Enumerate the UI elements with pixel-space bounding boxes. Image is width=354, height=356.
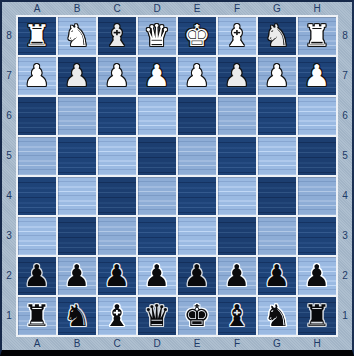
square-e5[interactable]: [178, 137, 216, 175]
piece-white-rook[interactable]: ♜: [24, 17, 51, 55]
piece-white-queen[interactable]: ♛: [144, 17, 171, 55]
file-label: F: [218, 2, 256, 15]
square-f8[interactable]: ♝: [218, 17, 256, 55]
file-label: D: [138, 2, 176, 15]
square-f5[interactable]: [218, 137, 256, 175]
piece-white-pawn[interactable]: ♟: [304, 57, 331, 95]
piece-black-pawn[interactable]: ♟: [144, 257, 171, 295]
file-label: C: [98, 337, 136, 350]
square-b2[interactable]: ♟: [58, 257, 96, 295]
square-h6[interactable]: [298, 97, 336, 135]
piece-white-pawn[interactable]: ♟: [184, 57, 211, 95]
rank-label: 1: [2, 297, 16, 335]
square-a7[interactable]: ♟: [18, 57, 56, 95]
rank-label: 5: [2, 137, 16, 175]
square-f2[interactable]: ♟: [218, 257, 256, 295]
piece-white-pawn[interactable]: ♟: [144, 57, 171, 95]
square-c2[interactable]: ♟: [98, 257, 136, 295]
square-e7[interactable]: ♟: [178, 57, 216, 95]
file-label: E: [178, 337, 216, 350]
square-f6[interactable]: [218, 97, 256, 135]
square-d5[interactable]: [138, 137, 176, 175]
square-d6[interactable]: [138, 97, 176, 135]
square-f7[interactable]: ♟: [218, 57, 256, 95]
square-c5[interactable]: [98, 137, 136, 175]
square-g3[interactable]: [258, 217, 296, 255]
piece-black-pawn[interactable]: ♟: [24, 257, 51, 295]
square-b7[interactable]: ♟: [58, 57, 96, 95]
square-f4[interactable]: [218, 177, 256, 215]
square-b5[interactable]: [58, 137, 96, 175]
square-a4[interactable]: [18, 177, 56, 215]
piece-black-knight[interactable]: ♞: [64, 297, 91, 335]
square-b4[interactable]: [58, 177, 96, 215]
square-f3[interactable]: [218, 217, 256, 255]
piece-white-rook[interactable]: ♜: [304, 17, 331, 55]
file-label: G: [258, 2, 296, 15]
square-d1[interactable]: ♛: [138, 297, 176, 335]
file-label: E: [178, 2, 216, 15]
square-h1[interactable]: ♜: [298, 297, 336, 335]
piece-black-pawn[interactable]: ♟: [224, 257, 251, 295]
rank-label: 6: [338, 97, 352, 135]
piece-black-pawn[interactable]: ♟: [184, 257, 211, 295]
square-e2[interactable]: ♟: [178, 257, 216, 295]
file-label: D: [138, 337, 176, 350]
square-g7[interactable]: ♟: [258, 57, 296, 95]
file-labels-bottom: ABCDEFGH: [18, 337, 336, 350]
square-a3[interactable]: [18, 217, 56, 255]
square-h8[interactable]: ♜: [298, 17, 336, 55]
chess-board: ♜♞♝♛♚♝♞♜♟♟♟♟♟♟♟♟♟♟♟♟♟♟♟♟♜♞♝♛♚♝♞♜: [16, 15, 338, 337]
piece-black-queen[interactable]: ♛: [144, 297, 171, 335]
rank-label: 8: [2, 17, 16, 55]
rank-label: 3: [338, 217, 352, 255]
file-label: G: [258, 337, 296, 350]
piece-white-pawn[interactable]: ♟: [64, 57, 91, 95]
square-a8[interactable]: ♜: [18, 17, 56, 55]
square-e3[interactable]: [178, 217, 216, 255]
square-c6[interactable]: [98, 97, 136, 135]
square-e4[interactable]: [178, 177, 216, 215]
piece-black-knight[interactable]: ♞: [264, 297, 291, 335]
rank-label: 4: [338, 177, 352, 215]
file-label: A: [18, 337, 56, 350]
square-a5[interactable]: [18, 137, 56, 175]
square-a6[interactable]: [18, 97, 56, 135]
square-a2[interactable]: ♟: [18, 257, 56, 295]
square-c7[interactable]: ♟: [98, 57, 136, 95]
file-label: A: [18, 2, 56, 15]
square-g1[interactable]: ♞: [258, 297, 296, 335]
square-d7[interactable]: ♟: [138, 57, 176, 95]
square-h7[interactable]: ♟: [298, 57, 336, 95]
rank-label: 2: [2, 257, 16, 295]
square-f1[interactable]: ♝: [218, 297, 256, 335]
square-g8[interactable]: ♞: [258, 17, 296, 55]
square-h4[interactable]: [298, 177, 336, 215]
piece-white-bishop[interactable]: ♝: [104, 17, 131, 55]
square-h5[interactable]: [298, 137, 336, 175]
square-e1[interactable]: ♚: [178, 297, 216, 335]
square-b1[interactable]: ♞: [58, 297, 96, 335]
piece-white-knight[interactable]: ♞: [64, 17, 91, 55]
file-label: F: [218, 337, 256, 350]
rank-labels-right: 87654321: [338, 17, 352, 335]
square-g4[interactable]: [258, 177, 296, 215]
rank-label: 7: [338, 57, 352, 95]
piece-white-pawn[interactable]: ♟: [264, 57, 291, 95]
rank-label: 7: [2, 57, 16, 95]
file-label: C: [98, 2, 136, 15]
piece-white-knight[interactable]: ♞: [264, 17, 291, 55]
rank-label: 6: [2, 97, 16, 135]
square-h2[interactable]: ♟: [298, 257, 336, 295]
square-e6[interactable]: [178, 97, 216, 135]
piece-black-rook[interactable]: ♜: [304, 297, 331, 335]
square-a1[interactable]: ♜: [18, 297, 56, 335]
piece-black-bishop[interactable]: ♝: [104, 297, 131, 335]
piece-black-pawn[interactable]: ♟: [264, 257, 291, 295]
rank-label: 4: [2, 177, 16, 215]
square-d2[interactable]: ♟: [138, 257, 176, 295]
rank-label: 8: [338, 17, 352, 55]
file-label: B: [58, 2, 96, 15]
square-b6[interactable]: [58, 97, 96, 135]
piece-white-pawn[interactable]: ♟: [224, 57, 251, 95]
piece-white-king[interactable]: ♚: [184, 17, 211, 55]
square-c3[interactable]: [98, 217, 136, 255]
piece-white-pawn[interactable]: ♟: [24, 57, 51, 95]
piece-white-bishop[interactable]: ♝: [224, 17, 251, 55]
piece-white-pawn[interactable]: ♟: [104, 57, 131, 95]
square-g2[interactable]: ♟: [258, 257, 296, 295]
square-c4[interactable]: [98, 177, 136, 215]
square-c8[interactable]: ♝: [98, 17, 136, 55]
square-d8[interactable]: ♛: [138, 17, 176, 55]
square-b8[interactable]: ♞: [58, 17, 96, 55]
rank-label: 3: [2, 217, 16, 255]
rank-labels-left: 87654321: [2, 17, 16, 335]
piece-black-pawn[interactable]: ♟: [64, 257, 91, 295]
square-d4[interactable]: [138, 177, 176, 215]
square-b3[interactable]: [58, 217, 96, 255]
rank-label: 1: [338, 297, 352, 335]
rank-label: 5: [338, 137, 352, 175]
square-h3[interactable]: [298, 217, 336, 255]
square-c1[interactable]: ♝: [98, 297, 136, 335]
rank-label: 2: [338, 257, 352, 295]
file-label: H: [298, 2, 336, 15]
square-d3[interactable]: [138, 217, 176, 255]
square-e8[interactable]: ♚: [178, 17, 216, 55]
square-g6[interactable]: [258, 97, 296, 135]
piece-black-king[interactable]: ♚: [184, 297, 211, 335]
file-labels-top: ABCDEFGH: [18, 2, 336, 15]
square-g5[interactable]: [258, 137, 296, 175]
chess-board-window: ABCDEFGH 87654321 ♜♞♝♛♚♝♞♜♟♟♟♟♟♟♟♟♟♟♟♟♟♟…: [0, 0, 354, 356]
piece-black-pawn[interactable]: ♟: [104, 257, 131, 295]
piece-black-rook[interactable]: ♜: [24, 297, 51, 335]
piece-black-pawn[interactable]: ♟: [304, 257, 331, 295]
piece-black-bishop[interactable]: ♝: [224, 297, 251, 335]
file-label: H: [298, 337, 336, 350]
file-label: B: [58, 337, 96, 350]
